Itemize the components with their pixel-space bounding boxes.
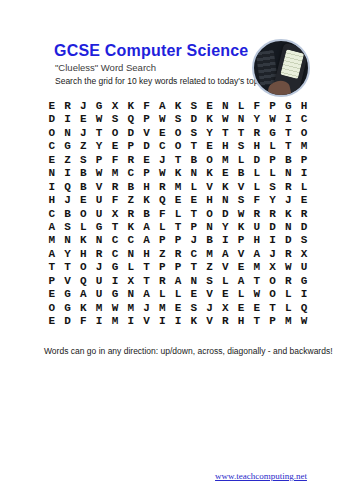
grid-cell: T: [233, 127, 249, 140]
grid-cell: C: [107, 248, 123, 261]
word-search-grid: ERJGXKFAKSENLFPGHDIEWSQPWSDKWNYWICONJTOD…: [44, 100, 312, 328]
grid-cell: M: [249, 261, 265, 274]
grid-cell: V: [202, 315, 218, 328]
grid-cell: E: [154, 127, 170, 140]
grid-cell: T: [44, 261, 60, 274]
grid-cell: G: [60, 140, 76, 153]
grid-cell: W: [154, 113, 170, 126]
grid-cell: J: [202, 302, 218, 315]
grid-cell: T: [249, 275, 265, 288]
grid-cell: E: [233, 261, 249, 274]
grid-cell: K: [217, 181, 233, 194]
grid-cell: Z: [154, 248, 170, 261]
grid-cell: T: [170, 221, 186, 234]
grid-cell: E: [186, 194, 202, 207]
grid-cell: J: [139, 302, 155, 315]
grid-cell: R: [123, 154, 139, 167]
grid-cell: B: [60, 208, 76, 221]
grid-cell: Y: [249, 113, 265, 126]
grid-cell: Y: [202, 127, 218, 140]
grid-cell: S: [60, 221, 76, 234]
grid-cell: X: [296, 248, 312, 261]
grid-cell: L: [233, 100, 249, 113]
grid-cell: O: [76, 208, 92, 221]
grid-cell: O: [296, 127, 312, 140]
grid-cell: T: [170, 154, 186, 167]
grid-cell: P: [170, 261, 186, 274]
grid-cell: P: [91, 154, 107, 167]
grid-cell: L: [123, 261, 139, 274]
grid-cell: C: [44, 208, 60, 221]
grid-cell: K: [233, 221, 249, 234]
grid-cell: N: [280, 167, 296, 180]
grid-cell: P: [296, 154, 312, 167]
grid-cell: I: [91, 315, 107, 328]
grid-cell: F: [107, 154, 123, 167]
grid-cell: R: [60, 100, 76, 113]
grid-cell: P: [233, 234, 249, 247]
grid-cell: N: [233, 113, 249, 126]
grid-cell: S: [186, 302, 202, 315]
grid-cell: W: [280, 261, 296, 274]
grid-cell: M: [123, 302, 139, 315]
grid-cell: R: [280, 248, 296, 261]
grid-cell: Y: [265, 194, 281, 207]
grid-cell: O: [170, 140, 186, 153]
grid-cell: A: [139, 234, 155, 247]
grid-cell: E: [202, 100, 218, 113]
grid-cell: B: [76, 167, 92, 180]
grid-cell: O: [76, 261, 92, 274]
grid-cell: D: [60, 315, 76, 328]
grid-cell: X: [107, 100, 123, 113]
grid-cell: N: [186, 167, 202, 180]
grid-cell: L: [154, 288, 170, 301]
grid-cell: J: [154, 154, 170, 167]
grid-cell: L: [186, 181, 202, 194]
grid-cell: Q: [154, 194, 170, 207]
grid-cell: G: [107, 261, 123, 274]
grid-cell: A: [154, 100, 170, 113]
device-photo: [252, 39, 310, 97]
grid-cell: H: [249, 234, 265, 247]
grid-cell: P: [265, 100, 281, 113]
grid-cell: N: [123, 248, 139, 261]
grid-cell: P: [265, 154, 281, 167]
grid-cell: P: [44, 275, 60, 288]
grid-cell: G: [91, 221, 107, 234]
grid-cell: S: [76, 154, 92, 167]
grid-cell: I: [296, 288, 312, 301]
grid-cell: Y: [217, 221, 233, 234]
grid-cell: Q: [76, 275, 92, 288]
grid-cell: K: [170, 100, 186, 113]
grid-cell: M: [91, 302, 107, 315]
grid-cell: A: [44, 248, 60, 261]
grid-cell: R: [296, 208, 312, 221]
grid-cell: G: [60, 302, 76, 315]
grid-cell: K: [170, 167, 186, 180]
grid-cell: M: [170, 181, 186, 194]
instruction-text: Search the grid for 10 key words related…: [55, 76, 265, 86]
grid-cell: T: [139, 275, 155, 288]
worksheet-subtitle: "Clueless" Word Search: [55, 62, 156, 73]
grid-cell: J: [60, 194, 76, 207]
grid-cell: S: [265, 181, 281, 194]
grid-cell: Z: [123, 194, 139, 207]
page-title: GCSE Computer Science: [54, 42, 248, 60]
grid-cell: E: [217, 167, 233, 180]
grid-cell: L: [249, 167, 265, 180]
grid-cell: L: [217, 275, 233, 288]
grid-cell: V: [139, 127, 155, 140]
grid-cell: E: [139, 154, 155, 167]
grid-cell: M: [154, 302, 170, 315]
grid-cell: X: [265, 261, 281, 274]
grid-cell: T: [280, 127, 296, 140]
grid-cell: Z: [202, 261, 218, 274]
grid-cell: P: [186, 221, 202, 234]
grid-cell: J: [76, 100, 92, 113]
grid-cell: R: [107, 181, 123, 194]
grid-cell: O: [265, 275, 281, 288]
grid-cell: R: [154, 181, 170, 194]
grid-cell: I: [280, 113, 296, 126]
grid-cell: U: [296, 261, 312, 274]
grid-cell: B: [186, 154, 202, 167]
grid-cell: P: [139, 167, 155, 180]
grid-cell: M: [44, 234, 60, 247]
grid-cell: D: [123, 127, 139, 140]
grid-cell: F: [139, 100, 155, 113]
grid-cell: D: [44, 113, 60, 126]
grid-cell: I: [296, 167, 312, 180]
grid-cell: H: [139, 248, 155, 261]
grid-cell: Y: [60, 248, 76, 261]
grid-cell: R: [91, 248, 107, 261]
grid-cell: T: [91, 127, 107, 140]
grid-cell: J: [280, 194, 296, 207]
grid-cell: C: [154, 140, 170, 153]
grid-cell: E: [107, 140, 123, 153]
grid-cell: F: [249, 194, 265, 207]
grid-cell: E: [44, 288, 60, 301]
grid-cell: D: [217, 208, 233, 221]
grid-cell: S: [202, 275, 218, 288]
grid-cell: D: [186, 113, 202, 126]
grid-cell: J: [76, 127, 92, 140]
grid-cell: X: [123, 275, 139, 288]
grid-cell: X: [107, 208, 123, 221]
grid-cell: A: [170, 275, 186, 288]
grid-cell: C: [123, 167, 139, 180]
grid-cell: P: [170, 234, 186, 247]
grid-cell: R: [280, 275, 296, 288]
grid-cell: E: [249, 302, 265, 315]
grid-cell: O: [202, 208, 218, 221]
grid-cell: I: [217, 234, 233, 247]
grid-cell: S: [233, 140, 249, 153]
grid-cell: T: [265, 302, 281, 315]
grid-cell: K: [186, 315, 202, 328]
grid-cell: L: [265, 167, 281, 180]
grid-cell: E: [44, 154, 60, 167]
grid-cell: R: [217, 315, 233, 328]
grid-cell: L: [233, 288, 249, 301]
grid-cell: P: [154, 261, 170, 274]
grid-cell: E: [296, 194, 312, 207]
grid-cell: C: [296, 113, 312, 126]
grid-cell: U: [91, 275, 107, 288]
grid-cell: E: [233, 302, 249, 315]
grid-cell: Y: [91, 140, 107, 153]
grid-cell: W: [107, 302, 123, 315]
grid-cell: D: [265, 221, 281, 234]
grid-cell: C: [123, 234, 139, 247]
grid-cell: K: [202, 113, 218, 126]
website-link[interactable]: www.teachcomputing.net: [205, 471, 317, 481]
grid-cell: D: [280, 234, 296, 247]
grid-cell: M: [217, 154, 233, 167]
grid-cell: G: [280, 100, 296, 113]
grid-cell: R: [154, 275, 170, 288]
grid-cell: S: [107, 113, 123, 126]
grid-cell: A: [217, 248, 233, 261]
grid-cell: K: [76, 234, 92, 247]
grid-cell: T: [186, 208, 202, 221]
grid-cell: O: [170, 127, 186, 140]
grid-cell: O: [265, 288, 281, 301]
grid-cell: N: [60, 127, 76, 140]
grid-cell: E: [170, 194, 186, 207]
grid-cell: B: [139, 208, 155, 221]
grid-cell: B: [280, 154, 296, 167]
grid-cell: U: [249, 221, 265, 234]
grid-cell: N: [60, 234, 76, 247]
grid-cell: G: [296, 275, 312, 288]
grid-cell: K: [123, 100, 139, 113]
grid-cell: E: [44, 100, 60, 113]
grid-cell: J: [186, 234, 202, 247]
grid-cell: T: [107, 221, 123, 234]
grid-cell: O: [202, 154, 218, 167]
grid-cell: F: [249, 100, 265, 113]
grid-cell: E: [170, 302, 186, 315]
grid-cell: T: [139, 261, 155, 274]
grid-cell: I: [107, 275, 123, 288]
grid-cell: I: [154, 315, 170, 328]
grid-cell: K: [76, 302, 92, 315]
grid-cell: H: [139, 181, 155, 194]
grid-cell: R: [170, 248, 186, 261]
grid-cell: N: [91, 234, 107, 247]
grid-cell: O: [44, 302, 60, 315]
grid-cell: D: [296, 221, 312, 234]
grid-cell: A: [233, 275, 249, 288]
grid-cell: N: [186, 275, 202, 288]
grid-cell: C: [107, 234, 123, 247]
grid-cell: I: [44, 181, 60, 194]
direction-note: Words can go in any direction: up/down, …: [44, 346, 333, 356]
grid-cell: B: [123, 181, 139, 194]
grid-cell: A: [76, 288, 92, 301]
grid-cell: S: [186, 127, 202, 140]
grid-cell: N: [280, 221, 296, 234]
grid-cell: N: [217, 194, 233, 207]
grid-cell: R: [249, 208, 265, 221]
grid-cell: T: [60, 261, 76, 274]
grid-cell: V: [202, 288, 218, 301]
grid-cell: I: [170, 315, 186, 328]
grid-cell: M: [296, 140, 312, 153]
grid-cell: B: [233, 167, 249, 180]
grid-cell: N: [202, 221, 218, 234]
grid-cell: A: [44, 221, 60, 234]
grid-cell: T: [186, 140, 202, 153]
grid-cell: N: [123, 288, 139, 301]
grid-cell: D: [139, 140, 155, 153]
grid-cell: R: [123, 208, 139, 221]
grid-cell: I: [265, 234, 281, 247]
grid-cell: I: [60, 167, 76, 180]
grid-cell: P: [123, 140, 139, 153]
grid-cell: G: [91, 100, 107, 113]
grid-cell: V: [202, 181, 218, 194]
grid-cell: L: [154, 221, 170, 234]
grid-cell: O: [44, 127, 60, 140]
grid-cell: G: [265, 127, 281, 140]
grid-cell: T: [249, 315, 265, 328]
grid-cell: E: [76, 194, 92, 207]
grid-cell: N: [217, 100, 233, 113]
grid-cell: D: [249, 154, 265, 167]
grid-cell: W: [296, 315, 312, 328]
grid-cell: Z: [76, 140, 92, 153]
grid-cell: G: [60, 288, 76, 301]
grid-cell: A: [139, 221, 155, 234]
grid-cell: J: [265, 248, 281, 261]
grid-cell: Q: [123, 113, 139, 126]
grid-cell: X: [217, 302, 233, 315]
grid-cell: S: [233, 194, 249, 207]
grid-cell: H: [202, 194, 218, 207]
grid-cell: T: [280, 140, 296, 153]
worksheet-page: GCSE Computer Science "Clueless" Word Se…: [0, 0, 353, 500]
grid-cell: L: [170, 288, 186, 301]
grid-cell: R: [280, 181, 296, 194]
grid-cell: L: [280, 288, 296, 301]
grid-cell: P: [265, 315, 281, 328]
grid-cell: V: [139, 315, 155, 328]
grid-cell: L: [233, 154, 249, 167]
grid-cell: S: [170, 113, 186, 126]
grid-cell: H: [296, 100, 312, 113]
grid-cell: V: [233, 181, 249, 194]
grid-cell: N: [44, 167, 60, 180]
grid-cell: E: [217, 288, 233, 301]
grid-cell: W: [217, 113, 233, 126]
grid-cell: M: [280, 315, 296, 328]
grid-cell: R: [265, 208, 281, 221]
grid-cell: B: [202, 234, 218, 247]
grid-cell: T: [217, 127, 233, 140]
grid-cell: E: [44, 315, 60, 328]
grid-cell: H: [76, 248, 92, 261]
grid-cell: W: [91, 113, 107, 126]
grid-cell: P: [154, 234, 170, 247]
grid-cell: H: [44, 194, 60, 207]
grid-cell: M: [202, 248, 218, 261]
grid-cell: K: [202, 167, 218, 180]
grid-cell: L: [249, 181, 265, 194]
grid-cell: H: [217, 140, 233, 153]
grid-cell: K: [123, 221, 139, 234]
grid-cell: Q: [60, 181, 76, 194]
grid-cell: M: [107, 167, 123, 180]
grid-cell: F: [76, 315, 92, 328]
grid-cell: S: [296, 234, 312, 247]
grid-cell: L: [76, 221, 92, 234]
grid-cell: B: [76, 181, 92, 194]
grid-cell: W: [154, 167, 170, 180]
grid-cell: E: [186, 288, 202, 301]
grid-cell: V: [233, 248, 249, 261]
grid-cell: F: [154, 208, 170, 221]
grid-cell: W: [265, 113, 281, 126]
grid-cell: E: [202, 140, 218, 153]
grid-cell: C: [186, 248, 202, 261]
grid-cell: U: [91, 208, 107, 221]
grid-cell: I: [60, 113, 76, 126]
device-screen: [280, 49, 304, 79]
grid-cell: E: [76, 113, 92, 126]
grid-cell: L: [265, 140, 281, 153]
grid-cell: P: [139, 113, 155, 126]
grid-cell: T: [186, 261, 202, 274]
grid-cell: F: [107, 194, 123, 207]
grid-cell: U: [91, 288, 107, 301]
grid-cell: H: [233, 315, 249, 328]
grid-cell: W: [91, 167, 107, 180]
grid-cell: W: [233, 208, 249, 221]
grid-cell: L: [296, 181, 312, 194]
grid-cell: V: [91, 181, 107, 194]
grid-cell: C: [44, 140, 60, 153]
grid-cell: L: [170, 208, 186, 221]
grid-cell: A: [249, 248, 265, 261]
grid-cell: O: [107, 127, 123, 140]
grid-cell: Q: [296, 302, 312, 315]
grid-cell: J: [91, 261, 107, 274]
grid-cell: W: [249, 288, 265, 301]
grid-cell: K: [280, 208, 296, 221]
grid-cell: G: [107, 288, 123, 301]
grid-cell: V: [60, 275, 76, 288]
grid-cell: K: [139, 194, 155, 207]
grid-cell: A: [139, 288, 155, 301]
grid-cell: R: [249, 127, 265, 140]
grid-cell: I: [123, 315, 139, 328]
grid-cell: S: [186, 100, 202, 113]
grid-cell: V: [217, 261, 233, 274]
grid-cell: M: [107, 315, 123, 328]
grid-cell: Z: [60, 154, 76, 167]
grid-cell: U: [91, 194, 107, 207]
grid-cell: L: [280, 302, 296, 315]
grid-cell: H: [249, 140, 265, 153]
